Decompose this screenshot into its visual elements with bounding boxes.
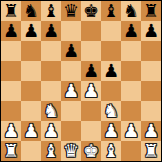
black-pawn[interactable]: ♟: [83, 61, 99, 81]
square-e6[interactable]: [81, 41, 101, 61]
black-king[interactable]: ♚: [83, 1, 99, 21]
white-rook[interactable]: ♜: [143, 141, 159, 161]
square-f7[interactable]: [101, 21, 121, 41]
square-b8[interactable]: ♞: [21, 1, 41, 21]
square-d5[interactable]: [61, 61, 81, 81]
square-c6[interactable]: [41, 41, 61, 61]
square-h1[interactable]: ♜: [141, 141, 161, 161]
square-f2[interactable]: ♟: [101, 121, 121, 141]
square-d8[interactable]: ♛: [61, 1, 81, 21]
white-king[interactable]: ♚: [83, 141, 99, 161]
black-pawn[interactable]: ♟: [43, 21, 59, 41]
white-knight[interactable]: ♞: [103, 101, 119, 121]
black-pawn[interactable]: ♟: [123, 21, 139, 41]
square-e3[interactable]: [81, 101, 101, 121]
white-pawn[interactable]: ♟: [3, 121, 19, 141]
square-a5[interactable]: [1, 61, 21, 81]
square-a6[interactable]: [1, 41, 21, 61]
white-pawn[interactable]: ♟: [63, 81, 79, 101]
white-pawn[interactable]: ♟: [83, 81, 99, 101]
square-c4[interactable]: [41, 81, 61, 101]
square-h6[interactable]: [141, 41, 161, 61]
chess-board: ♜♞♝♛♚♝♞♜♟♟♟♟♟♟♟♟♟♟♞♞♟♟♟♟♟♟♜♝♛♚♝♜: [0, 0, 162, 162]
square-a4[interactable]: [1, 81, 21, 101]
square-e1[interactable]: ♚: [81, 141, 101, 161]
square-c1[interactable]: ♝: [41, 141, 61, 161]
white-bishop[interactable]: ♝: [43, 141, 59, 161]
square-a7[interactable]: ♟: [1, 21, 21, 41]
square-g3[interactable]: [121, 101, 141, 121]
white-bishop[interactable]: ♝: [103, 141, 119, 161]
square-g5[interactable]: [121, 61, 141, 81]
square-e2[interactable]: [81, 121, 101, 141]
square-c5[interactable]: [41, 61, 61, 81]
white-knight[interactable]: ♞: [43, 101, 59, 121]
black-pawn[interactable]: ♟: [23, 21, 39, 41]
square-g2[interactable]: ♟: [121, 121, 141, 141]
square-h5[interactable]: [141, 61, 161, 81]
square-f1[interactable]: ♝: [101, 141, 121, 161]
square-h8[interactable]: ♜: [141, 1, 161, 21]
square-b2[interactable]: ♟: [21, 121, 41, 141]
square-g4[interactable]: [121, 81, 141, 101]
white-queen[interactable]: ♛: [63, 141, 79, 161]
black-bishop[interactable]: ♝: [43, 1, 59, 21]
square-f4[interactable]: [101, 81, 121, 101]
white-pawn[interactable]: ♟: [43, 121, 59, 141]
black-bishop[interactable]: ♝: [103, 1, 119, 21]
square-c7[interactable]: ♟: [41, 21, 61, 41]
square-g1[interactable]: [121, 141, 141, 161]
black-pawn[interactable]: ♟: [143, 21, 159, 41]
square-b5[interactable]: [21, 61, 41, 81]
square-d2[interactable]: [61, 121, 81, 141]
square-a1[interactable]: ♜: [1, 141, 21, 161]
square-b7[interactable]: ♟: [21, 21, 41, 41]
square-e8[interactable]: ♚: [81, 1, 101, 21]
black-knight[interactable]: ♞: [123, 1, 139, 21]
square-b4[interactable]: [21, 81, 41, 101]
square-g8[interactable]: ♞: [121, 1, 141, 21]
black-pawn[interactable]: ♟: [63, 41, 79, 61]
black-knight[interactable]: ♞: [23, 1, 39, 21]
square-a8[interactable]: ♜: [1, 1, 21, 21]
square-c3[interactable]: ♞: [41, 101, 61, 121]
square-d7[interactable]: [61, 21, 81, 41]
white-pawn[interactable]: ♟: [143, 121, 159, 141]
square-h3[interactable]: [141, 101, 161, 121]
black-rook[interactable]: ♜: [3, 1, 19, 21]
white-pawn[interactable]: ♟: [23, 121, 39, 141]
black-pawn[interactable]: ♟: [3, 21, 19, 41]
square-f3[interactable]: ♞: [101, 101, 121, 121]
square-g7[interactable]: ♟: [121, 21, 141, 41]
square-e5[interactable]: ♟: [81, 61, 101, 81]
square-h7[interactable]: ♟: [141, 21, 161, 41]
square-b6[interactable]: [21, 41, 41, 61]
black-pawn[interactable]: ♟: [103, 61, 119, 81]
square-d1[interactable]: ♛: [61, 141, 81, 161]
white-pawn[interactable]: ♟: [103, 121, 119, 141]
square-g6[interactable]: [121, 41, 141, 61]
square-a3[interactable]: [1, 101, 21, 121]
square-a2[interactable]: ♟: [1, 121, 21, 141]
square-f6[interactable]: [101, 41, 121, 61]
black-queen[interactable]: ♛: [63, 1, 79, 21]
square-e4[interactable]: ♟: [81, 81, 101, 101]
square-b3[interactable]: [21, 101, 41, 121]
black-rook[interactable]: ♜: [143, 1, 159, 21]
square-d4[interactable]: ♟: [61, 81, 81, 101]
square-c8[interactable]: ♝: [41, 1, 61, 21]
square-f8[interactable]: ♝: [101, 1, 121, 21]
square-d6[interactable]: ♟: [61, 41, 81, 61]
square-b1[interactable]: [21, 141, 41, 161]
white-pawn[interactable]: ♟: [123, 121, 139, 141]
square-h4[interactable]: [141, 81, 161, 101]
square-c2[interactable]: ♟: [41, 121, 61, 141]
square-f5[interactable]: ♟: [101, 61, 121, 81]
square-h2[interactable]: ♟: [141, 121, 161, 141]
white-rook[interactable]: ♜: [3, 141, 19, 161]
square-e7[interactable]: [81, 21, 101, 41]
square-d3[interactable]: [61, 101, 81, 121]
